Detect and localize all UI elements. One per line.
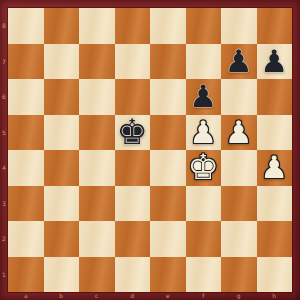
square-c8[interactable] <box>79 8 115 44</box>
square-h3[interactable] <box>257 186 293 222</box>
square-f6[interactable]: ♟ <box>186 79 222 115</box>
square-c4[interactable] <box>79 150 115 186</box>
square-d3[interactable] <box>115 186 151 222</box>
rank-label-8: 8 <box>0 8 8 44</box>
square-a2[interactable] <box>8 221 44 257</box>
square-d5[interactable]: ♚ <box>115 115 151 151</box>
square-b3[interactable] <box>44 186 80 222</box>
square-h8[interactable] <box>257 8 293 44</box>
square-c5[interactable] <box>79 115 115 151</box>
square-c2[interactable] <box>79 221 115 257</box>
square-f5[interactable]: ♟ <box>186 115 222 151</box>
rank-label-1: 1 <box>0 257 8 293</box>
square-g6[interactable] <box>221 79 257 115</box>
square-g2[interactable] <box>221 221 257 257</box>
square-h7[interactable]: ♟ <box>257 44 293 80</box>
square-e1[interactable] <box>150 257 186 293</box>
chessboard-frame: ♟♟♟♚♟♟♚♟ 87654321abcdefgh <box>0 0 300 300</box>
square-g8[interactable] <box>221 8 257 44</box>
square-a6[interactable] <box>8 79 44 115</box>
square-d8[interactable] <box>115 8 151 44</box>
square-d1[interactable] <box>115 257 151 293</box>
square-f1[interactable] <box>186 257 222 293</box>
square-f8[interactable] <box>186 8 222 44</box>
square-c1[interactable] <box>79 257 115 293</box>
square-g3[interactable] <box>221 186 257 222</box>
square-f7[interactable] <box>186 44 222 80</box>
square-e4[interactable] <box>150 150 186 186</box>
rank-label-6: 6 <box>0 79 8 115</box>
square-c7[interactable] <box>79 44 115 80</box>
square-h4[interactable]: ♟ <box>257 150 293 186</box>
square-e3[interactable] <box>150 186 186 222</box>
square-a3[interactable] <box>8 186 44 222</box>
file-label-d: d <box>115 292 151 300</box>
square-a7[interactable] <box>8 44 44 80</box>
white-king[interactable]: ♚ <box>188 150 219 185</box>
white-pawn[interactable]: ♟ <box>225 117 253 148</box>
file-label-b: b <box>44 292 80 300</box>
file-label-g: g <box>221 292 257 300</box>
square-a8[interactable] <box>8 8 44 44</box>
rank-label-2: 2 <box>0 221 8 257</box>
rank-label-5: 5 <box>0 115 8 151</box>
square-g1[interactable] <box>221 257 257 293</box>
square-d7[interactable] <box>115 44 151 80</box>
square-b6[interactable] <box>44 79 80 115</box>
square-b5[interactable] <box>44 115 80 151</box>
rank-label-3: 3 <box>0 186 8 222</box>
square-b7[interactable] <box>44 44 80 80</box>
black-pawn[interactable]: ♟ <box>189 81 217 112</box>
white-pawn[interactable]: ♟ <box>260 152 288 183</box>
square-h6[interactable] <box>257 79 293 115</box>
file-label-e: e <box>150 292 186 300</box>
file-label-a: a <box>8 292 44 300</box>
square-c3[interactable] <box>79 186 115 222</box>
square-b2[interactable] <box>44 221 80 257</box>
square-b8[interactable] <box>44 8 80 44</box>
square-b4[interactable] <box>44 150 80 186</box>
square-f2[interactable] <box>186 221 222 257</box>
square-e2[interactable] <box>150 221 186 257</box>
black-pawn[interactable]: ♟ <box>225 46 253 77</box>
rank-label-4: 4 <box>0 150 8 186</box>
square-e6[interactable] <box>150 79 186 115</box>
square-a4[interactable] <box>8 150 44 186</box>
board-squares: ♟♟♟♚♟♟♚♟ <box>8 8 292 292</box>
square-a5[interactable] <box>8 115 44 151</box>
square-g4[interactable] <box>221 150 257 186</box>
square-c6[interactable] <box>79 79 115 115</box>
square-a1[interactable] <box>8 257 44 293</box>
square-d6[interactable] <box>115 79 151 115</box>
black-king[interactable]: ♚ <box>117 115 148 150</box>
square-h5[interactable] <box>257 115 293 151</box>
file-label-h: h <box>257 292 293 300</box>
square-h1[interactable] <box>257 257 293 293</box>
square-f3[interactable] <box>186 186 222 222</box>
square-e5[interactable] <box>150 115 186 151</box>
square-d4[interactable] <box>115 150 151 186</box>
file-label-f: f <box>186 292 222 300</box>
square-d2[interactable] <box>115 221 151 257</box>
square-e7[interactable] <box>150 44 186 80</box>
rank-label-7: 7 <box>0 44 8 80</box>
white-pawn[interactable]: ♟ <box>189 117 217 148</box>
square-h2[interactable] <box>257 221 293 257</box>
square-f4[interactable]: ♚ <box>186 150 222 186</box>
square-e8[interactable] <box>150 8 186 44</box>
black-pawn[interactable]: ♟ <box>260 46 288 77</box>
square-g7[interactable]: ♟ <box>221 44 257 80</box>
square-b1[interactable] <box>44 257 80 293</box>
square-g5[interactable]: ♟ <box>221 115 257 151</box>
file-label-c: c <box>79 292 115 300</box>
